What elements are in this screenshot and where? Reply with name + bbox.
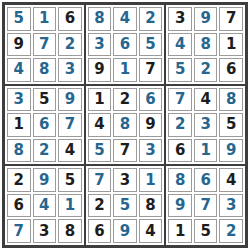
cell-r4c5[interactable]: 2 <box>113 88 137 112</box>
cell-r8c5[interactable]: 5 <box>113 194 137 218</box>
cell-r9c1[interactable]: 7 <box>7 219 31 243</box>
cell-r1c8[interactable]: 9 <box>194 7 218 31</box>
cell-r6c7[interactable]: 6 <box>168 139 192 163</box>
cell-r6c6[interactable]: 3 <box>139 139 163 163</box>
cell-r2c4[interactable]: 3 <box>88 33 112 57</box>
cell-r4c3[interactable]: 9 <box>58 88 82 112</box>
cell-r8c7[interactable]: 9 <box>168 194 192 218</box>
cell-r8c8[interactable]: 7 <box>194 194 218 218</box>
cell-r3c7[interactable]: 5 <box>168 58 192 82</box>
cell-r1c1[interactable]: 5 <box>7 7 31 31</box>
box-6: 748235619 <box>165 85 246 166</box>
box-2: 842365917 <box>85 4 166 85</box>
cell-r3c8[interactable]: 2 <box>194 58 218 82</box>
cell-r6c5[interactable]: 7 <box>113 139 137 163</box>
cell-r2c5[interactable]: 6 <box>113 33 137 57</box>
cell-r9c4[interactable]: 6 <box>88 219 112 243</box>
cell-r4c7[interactable]: 7 <box>168 88 192 112</box>
box-9: 864973152 <box>165 165 246 246</box>
cell-r9c5[interactable]: 9 <box>113 219 137 243</box>
cell-r3c5[interactable]: 1 <box>113 58 137 82</box>
cell-r1c2[interactable]: 1 <box>33 7 57 31</box>
cell-r8c6[interactable]: 8 <box>139 194 163 218</box>
box-4: 359167824 <box>4 85 85 166</box>
cell-r5c4[interactable]: 4 <box>88 113 112 137</box>
cell-r9c6[interactable]: 4 <box>139 219 163 243</box>
cell-r1c9[interactable]: 7 <box>219 7 243 31</box>
cell-r1c4[interactable]: 8 <box>88 7 112 31</box>
cell-r8c3[interactable]: 1 <box>58 194 82 218</box>
cell-r2c6[interactable]: 5 <box>139 33 163 57</box>
cell-r6c3[interactable]: 4 <box>58 139 82 163</box>
cell-r5c2[interactable]: 6 <box>33 113 57 137</box>
cell-r7c1[interactable]: 2 <box>7 168 31 192</box>
cell-r3c6[interactable]: 7 <box>139 58 163 82</box>
cell-r7c4[interactable]: 7 <box>88 168 112 192</box>
cell-r4c9[interactable]: 8 <box>219 88 243 112</box>
cell-r8c1[interactable]: 6 <box>7 194 31 218</box>
cell-r6c8[interactable]: 1 <box>194 139 218 163</box>
cell-r9c8[interactable]: 5 <box>194 219 218 243</box>
cell-r9c9[interactable]: 2 <box>219 219 243 243</box>
cell-r6c1[interactable]: 8 <box>7 139 31 163</box>
cell-r3c1[interactable]: 4 <box>7 58 31 82</box>
cell-r5c3[interactable]: 7 <box>58 113 82 137</box>
cell-r1c3[interactable]: 6 <box>58 7 82 31</box>
box-5: 126489573 <box>85 85 166 166</box>
cell-r3c3[interactable]: 3 <box>58 58 82 82</box>
cell-r7c5[interactable]: 3 <box>113 168 137 192</box>
cell-r5c9[interactable]: 5 <box>219 113 243 137</box>
cell-r4c4[interactable]: 1 <box>88 88 112 112</box>
cell-r6c2[interactable]: 2 <box>33 139 57 163</box>
cell-r4c1[interactable]: 3 <box>7 88 31 112</box>
cell-r3c4[interactable]: 9 <box>88 58 112 82</box>
box-3: 397481526 <box>165 4 246 85</box>
cell-r2c9[interactable]: 1 <box>219 33 243 57</box>
cell-r9c2[interactable]: 3 <box>33 219 57 243</box>
cell-r2c1[interactable]: 9 <box>7 33 31 57</box>
cell-r1c7[interactable]: 3 <box>168 7 192 31</box>
cell-r4c8[interactable]: 4 <box>194 88 218 112</box>
cell-r7c8[interactable]: 6 <box>194 168 218 192</box>
box-7: 295641738 <box>4 165 85 246</box>
cell-r8c2[interactable]: 4 <box>33 194 57 218</box>
cell-r4c2[interactable]: 5 <box>33 88 57 112</box>
sudoku-board: 5169724838423659173974815263591678241264… <box>2 2 248 248</box>
cell-r6c9[interactable]: 9 <box>219 139 243 163</box>
cell-r5c6[interactable]: 9 <box>139 113 163 137</box>
cell-r1c6[interactable]: 2 <box>139 7 163 31</box>
cell-r7c7[interactable]: 8 <box>168 168 192 192</box>
cell-r9c7[interactable]: 1 <box>168 219 192 243</box>
cell-r2c3[interactable]: 2 <box>58 33 82 57</box>
cell-r8c9[interactable]: 3 <box>219 194 243 218</box>
box-1: 516972483 <box>4 4 85 85</box>
cell-r7c2[interactable]: 9 <box>33 168 57 192</box>
cell-r7c9[interactable]: 4 <box>219 168 243 192</box>
cell-r7c6[interactable]: 1 <box>139 168 163 192</box>
cell-r3c9[interactable]: 6 <box>219 58 243 82</box>
cell-r2c7[interactable]: 4 <box>168 33 192 57</box>
cell-r5c5[interactable]: 8 <box>113 113 137 137</box>
cell-r7c3[interactable]: 5 <box>58 168 82 192</box>
cell-r6c4[interactable]: 5 <box>88 139 112 163</box>
cell-r5c8[interactable]: 3 <box>194 113 218 137</box>
cell-r5c7[interactable]: 2 <box>168 113 192 137</box>
cell-r1c5[interactable]: 4 <box>113 7 137 31</box>
cell-r2c2[interactable]: 7 <box>33 33 57 57</box>
cell-r3c2[interactable]: 8 <box>33 58 57 82</box>
cell-r5c1[interactable]: 1 <box>7 113 31 137</box>
cell-r2c8[interactable]: 8 <box>194 33 218 57</box>
box-8: 731258694 <box>85 165 166 246</box>
cell-r4c6[interactable]: 6 <box>139 88 163 112</box>
cell-r9c3[interactable]: 8 <box>58 219 82 243</box>
cell-r8c4[interactable]: 2 <box>88 194 112 218</box>
